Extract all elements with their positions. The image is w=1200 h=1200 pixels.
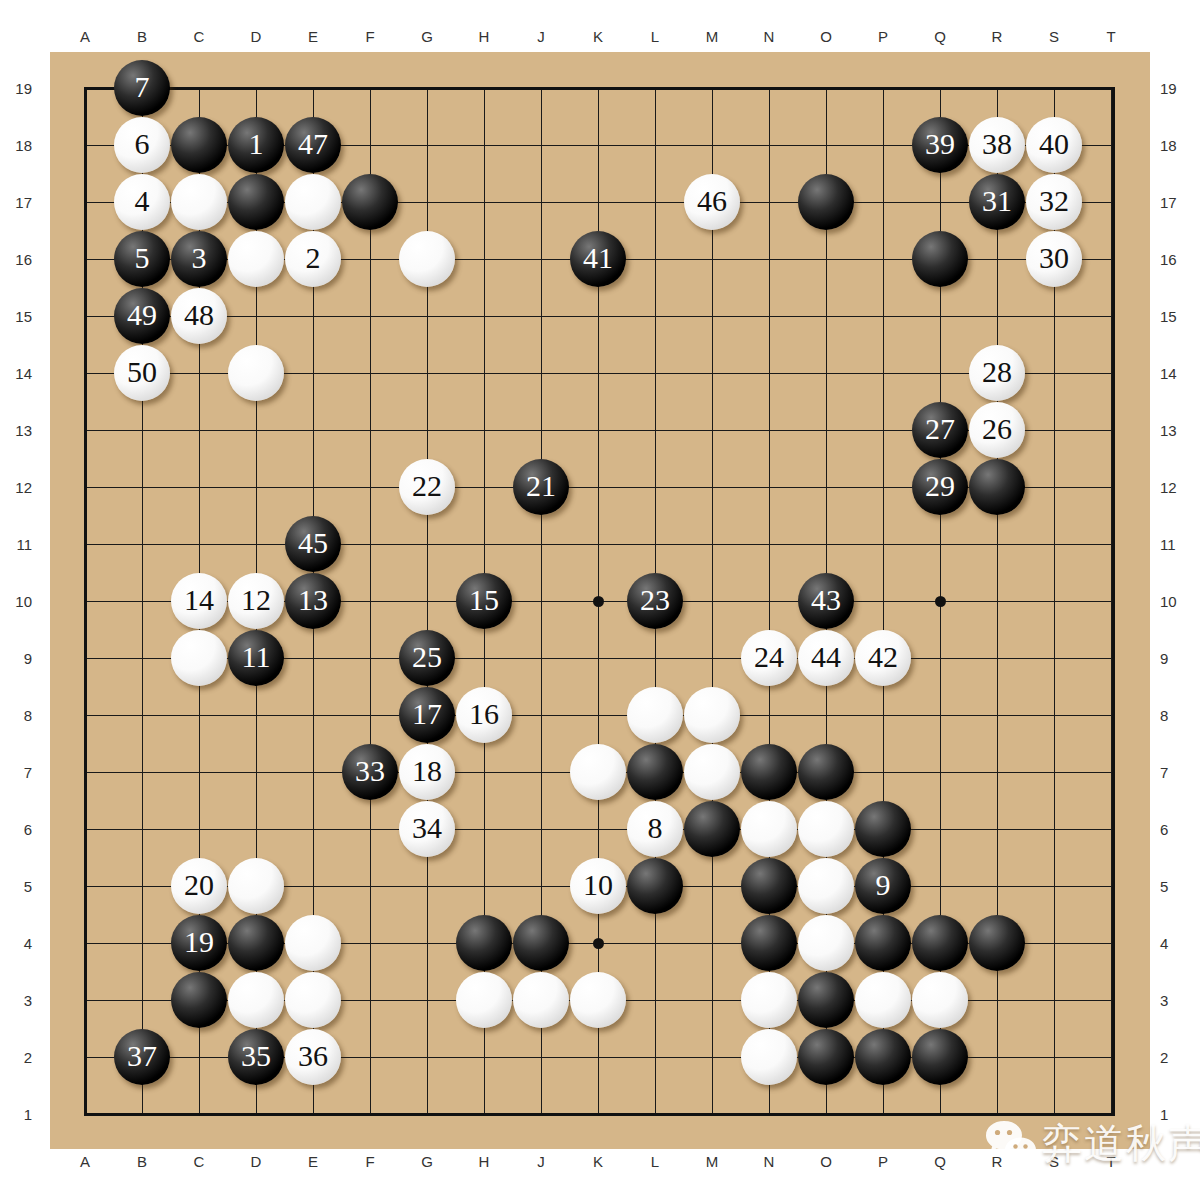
white-stone: 48	[171, 288, 227, 344]
row-labels-right: 19181716151413121110987654321	[1152, 60, 1192, 1143]
col-label: S	[1026, 27, 1083, 47]
column-labels-top: ABCDEFGHJKLMNOPQRST	[57, 27, 1140, 47]
row-label: 4	[0, 915, 38, 972]
black-stone: 47	[285, 117, 341, 173]
column-labels-bottom: ABCDEFGHJKLMNOPQRST	[57, 1152, 1140, 1172]
row-label: 19	[0, 60, 38, 117]
black-stone	[171, 117, 227, 173]
row-label: 15	[0, 288, 38, 345]
row-label: 17	[1152, 174, 1192, 231]
col-label: K	[570, 1152, 627, 1172]
move-number: 1	[249, 129, 264, 159]
row-label: 9	[1152, 630, 1192, 687]
move-number: 18	[412, 756, 442, 786]
move-number: 24	[754, 642, 784, 672]
row-label: 18	[1152, 117, 1192, 174]
move-number: 7	[135, 72, 150, 102]
col-label: T	[1083, 27, 1140, 47]
move-number: 41	[583, 243, 613, 273]
row-label: 14	[0, 345, 38, 402]
row-label: 6	[0, 801, 38, 858]
black-stone	[627, 744, 683, 800]
black-stone: 49	[114, 288, 170, 344]
white-stone	[456, 972, 512, 1028]
row-label: 8	[0, 687, 38, 744]
move-number: 35	[241, 1041, 271, 1071]
black-stone	[798, 972, 854, 1028]
move-number: 25	[412, 642, 442, 672]
row-label: 12	[0, 459, 38, 516]
white-stone: 20	[171, 858, 227, 914]
col-label: B	[114, 1152, 171, 1172]
move-number: 34	[412, 813, 442, 843]
move-number: 50	[127, 357, 157, 387]
white-stone: 30	[1026, 231, 1082, 287]
move-number: 30	[1039, 243, 1069, 273]
black-stone: 13	[285, 573, 341, 629]
white-stone: 46	[684, 174, 740, 230]
col-label: F	[342, 1152, 399, 1172]
black-stone: 17	[399, 687, 455, 743]
white-stone	[513, 972, 569, 1028]
move-number: 27	[925, 414, 955, 444]
move-number: 16	[469, 699, 499, 729]
white-stone: 12	[228, 573, 284, 629]
move-number: 38	[982, 129, 1012, 159]
white-stone	[570, 972, 626, 1028]
white-stone	[285, 972, 341, 1028]
move-number: 49	[127, 300, 157, 330]
white-stone: 24	[741, 630, 797, 686]
black-stone	[912, 1029, 968, 1085]
black-stone: 19	[171, 915, 227, 971]
black-stone: 11	[228, 630, 284, 686]
white-stone: 4	[114, 174, 170, 230]
white-stone	[855, 972, 911, 1028]
col-label: J	[513, 1152, 570, 1172]
black-stone: 9	[855, 858, 911, 914]
move-number: 13	[298, 585, 328, 615]
move-number: 39	[925, 129, 955, 159]
black-stone: 43	[798, 573, 854, 629]
black-stone: 33	[342, 744, 398, 800]
white-stone: 26	[969, 402, 1025, 458]
move-number: 10	[583, 870, 613, 900]
black-stone	[228, 915, 284, 971]
row-label: 2	[0, 1029, 38, 1086]
white-stone	[171, 174, 227, 230]
black-stone	[741, 915, 797, 971]
move-number: 45	[298, 528, 328, 558]
wechat-icon	[984, 1119, 1036, 1169]
move-number: 42	[868, 642, 898, 672]
white-stone	[228, 858, 284, 914]
black-stone	[912, 915, 968, 971]
black-stone	[627, 858, 683, 914]
move-number: 8	[648, 813, 663, 843]
row-label: 6	[1152, 801, 1192, 858]
row-label: 5	[1152, 858, 1192, 915]
black-stone	[798, 174, 854, 230]
white-stone	[798, 915, 854, 971]
row-label: 19	[1152, 60, 1192, 117]
black-stone: 25	[399, 630, 455, 686]
col-label: G	[399, 27, 456, 47]
col-label: P	[855, 27, 912, 47]
row-label: 11	[1152, 516, 1192, 573]
black-stone	[798, 744, 854, 800]
page: 7614739384044631325324130494850282726222…	[0, 0, 1200, 1200]
row-label: 15	[1152, 288, 1192, 345]
col-label: Q	[912, 1152, 969, 1172]
col-label: B	[114, 27, 171, 47]
move-number: 15	[469, 585, 499, 615]
white-stone	[684, 687, 740, 743]
move-number: 6	[135, 129, 150, 159]
white-stone	[741, 1029, 797, 1085]
black-stone: 15	[456, 573, 512, 629]
black-stone	[171, 972, 227, 1028]
black-stone	[684, 801, 740, 857]
col-label: A	[57, 27, 114, 47]
row-label: 3	[1152, 972, 1192, 1029]
col-label: D	[228, 1152, 285, 1172]
move-number: 29	[925, 471, 955, 501]
white-stone	[684, 744, 740, 800]
black-stone: 1	[228, 117, 284, 173]
col-label: G	[399, 1152, 456, 1172]
white-stone	[285, 915, 341, 971]
black-stone	[741, 744, 797, 800]
black-stone	[798, 1029, 854, 1085]
white-stone: 42	[855, 630, 911, 686]
go-board: 7614739384044631325324130494850282726222…	[50, 52, 1150, 1149]
white-stone	[798, 801, 854, 857]
col-label: L	[627, 27, 684, 47]
row-label: 10	[0, 573, 38, 630]
star-point	[593, 938, 604, 949]
black-stone	[513, 915, 569, 971]
row-label: 14	[1152, 345, 1192, 402]
row-label: 13	[1152, 402, 1192, 459]
row-label: 9	[0, 630, 38, 687]
white-stone: 10	[570, 858, 626, 914]
white-stone: 18	[399, 744, 455, 800]
row-label: 11	[0, 516, 38, 573]
col-label: M	[684, 1152, 741, 1172]
white-stone	[171, 630, 227, 686]
col-label: N	[741, 27, 798, 47]
black-stone: 37	[114, 1029, 170, 1085]
black-stone	[855, 801, 911, 857]
col-label: J	[513, 27, 570, 47]
col-label: A	[57, 1152, 114, 1172]
watermark: 弈道秋声	[984, 1116, 1200, 1171]
row-label: 1	[0, 1086, 38, 1143]
row-label: 7	[0, 744, 38, 801]
white-stone: 22	[399, 459, 455, 515]
move-number: 23	[640, 585, 670, 615]
black-stone	[741, 858, 797, 914]
row-labels-left: 19181716151413121110987654321	[0, 60, 38, 1143]
move-number: 9	[876, 870, 891, 900]
col-label: C	[171, 27, 228, 47]
white-stone: 32	[1026, 174, 1082, 230]
white-stone	[285, 174, 341, 230]
white-stone: 38	[969, 117, 1025, 173]
black-stone: 23	[627, 573, 683, 629]
move-number: 11	[242, 642, 271, 672]
white-stone: 2	[285, 231, 341, 287]
move-number: 40	[1039, 129, 1069, 159]
white-stone	[570, 744, 626, 800]
move-number: 31	[982, 186, 1012, 216]
col-label: E	[285, 1152, 342, 1172]
black-stone: 35	[228, 1029, 284, 1085]
move-number: 37	[127, 1041, 157, 1071]
move-number: 47	[298, 129, 328, 159]
col-label: C	[171, 1152, 228, 1172]
white-stone	[912, 972, 968, 1028]
move-number: 36	[298, 1041, 328, 1071]
white-stone	[627, 687, 683, 743]
black-stone: 3	[171, 231, 227, 287]
white-stone: 8	[627, 801, 683, 857]
col-label: K	[570, 27, 627, 47]
col-label: Q	[912, 27, 969, 47]
white-stone	[228, 972, 284, 1028]
star-point	[593, 596, 604, 607]
row-label: 3	[0, 972, 38, 1029]
black-stone: 45	[285, 516, 341, 572]
move-number: 32	[1039, 186, 1069, 216]
row-label: 10	[1152, 573, 1192, 630]
move-number: 20	[184, 870, 214, 900]
black-stone	[855, 915, 911, 971]
move-number: 19	[184, 927, 214, 957]
white-stone: 16	[456, 687, 512, 743]
col-label: O	[798, 27, 855, 47]
col-label: D	[228, 27, 285, 47]
row-label: 4	[1152, 915, 1192, 972]
white-stone	[228, 231, 284, 287]
white-stone	[228, 345, 284, 401]
move-number: 44	[811, 642, 841, 672]
move-number: 48	[184, 300, 214, 330]
black-stone: 5	[114, 231, 170, 287]
row-label: 18	[0, 117, 38, 174]
white-stone: 36	[285, 1029, 341, 1085]
black-stone	[969, 459, 1025, 515]
black-stone: 21	[513, 459, 569, 515]
black-stone: 29	[912, 459, 968, 515]
row-label: 5	[0, 858, 38, 915]
black-stone	[969, 915, 1025, 971]
move-number: 33	[355, 756, 385, 786]
move-number: 12	[241, 585, 271, 615]
row-label: 7	[1152, 744, 1192, 801]
row-label: 17	[0, 174, 38, 231]
move-number: 46	[697, 186, 727, 216]
move-number: 4	[135, 186, 150, 216]
white-stone: 40	[1026, 117, 1082, 173]
black-stone: 31	[969, 174, 1025, 230]
black-stone: 39	[912, 117, 968, 173]
col-label: R	[969, 27, 1026, 47]
white-stone	[741, 801, 797, 857]
col-label: H	[456, 27, 513, 47]
move-number: 26	[982, 414, 1012, 444]
row-label: 12	[1152, 459, 1192, 516]
row-label: 13	[0, 402, 38, 459]
col-label: O	[798, 1152, 855, 1172]
white-stone: 6	[114, 117, 170, 173]
col-label: L	[627, 1152, 684, 1172]
white-stone	[798, 858, 854, 914]
move-number: 2	[306, 243, 321, 273]
move-number: 5	[135, 243, 150, 273]
row-label: 2	[1152, 1029, 1192, 1086]
move-number: 17	[412, 699, 442, 729]
black-stone: 7	[114, 60, 170, 116]
col-label: E	[285, 27, 342, 47]
black-stone: 27	[912, 402, 968, 458]
white-stone: 50	[114, 345, 170, 401]
move-number: 21	[526, 471, 556, 501]
black-stone	[228, 174, 284, 230]
white-stone	[399, 231, 455, 287]
white-stone: 44	[798, 630, 854, 686]
row-label: 16	[0, 231, 38, 288]
star-point	[935, 596, 946, 607]
black-stone	[855, 1029, 911, 1085]
watermark-text: 弈道秋声	[1042, 1116, 1200, 1171]
white-stone: 14	[171, 573, 227, 629]
move-number: 28	[982, 357, 1012, 387]
col-label: N	[741, 1152, 798, 1172]
black-stone	[342, 174, 398, 230]
black-stone	[912, 231, 968, 287]
col-label: P	[855, 1152, 912, 1172]
move-number: 43	[811, 585, 841, 615]
row-label: 16	[1152, 231, 1192, 288]
white-stone: 28	[969, 345, 1025, 401]
row-label: 8	[1152, 687, 1192, 744]
col-label: F	[342, 27, 399, 47]
black-stone	[456, 915, 512, 971]
black-stone: 41	[570, 231, 626, 287]
move-number: 22	[412, 471, 442, 501]
col-label: M	[684, 27, 741, 47]
move-number: 14	[184, 585, 214, 615]
col-label: H	[456, 1152, 513, 1172]
white-stone	[741, 972, 797, 1028]
white-stone: 34	[399, 801, 455, 857]
move-number: 3	[192, 243, 207, 273]
